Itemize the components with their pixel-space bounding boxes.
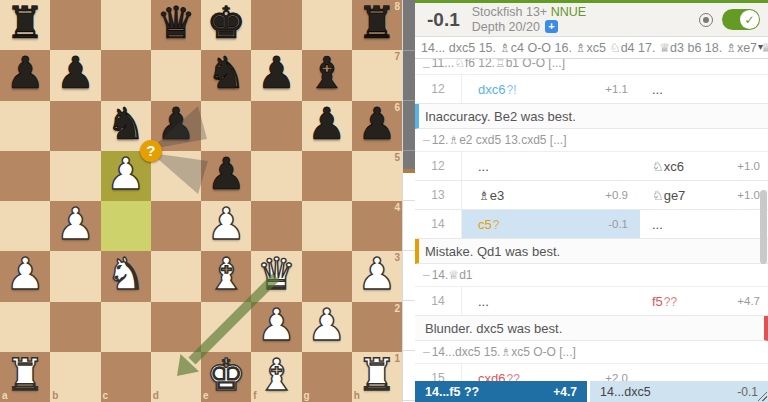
judgment-comment: Blunder. dxc5 was best.: [415, 316, 768, 341]
engine-eval: -0.1: [415, 9, 472, 31]
square-h3[interactable]: ♟3: [352, 251, 402, 301]
square-f8[interactable]: [251, 0, 301, 50]
piece-white-pawn[interactable]: ♟: [357, 252, 396, 296]
square-d8[interactable]: ♛: [151, 0, 201, 50]
square-e5[interactable]: ♟: [201, 151, 251, 201]
move-row: 12dxc6?!+1.1...: [415, 75, 768, 104]
move-number: 12: [415, 75, 462, 103]
piece-black-bishop[interactable]: ♝: [307, 51, 346, 95]
file-label-g: g: [304, 390, 310, 401]
rank-label-4: 4: [394, 202, 400, 213]
file-label-c: c: [103, 390, 109, 401]
square-a1[interactable]: ♜a: [0, 352, 50, 402]
practice-target-icon[interactable]: [699, 13, 713, 27]
chess-board[interactable]: ♜♛♚♜8♟♟♞♟♝7♞♟♟♟6♟♟5♟♟4♟♞♝♛♟3♟♟2♜abcd♚e♝f…: [0, 0, 402, 402]
scrollbar-thumb[interactable]: [760, 190, 767, 264]
rank-label-6: 6: [394, 102, 400, 113]
square-h8[interactable]: ♜8: [352, 0, 402, 50]
retro-choice-best[interactable]: 14...dxc5-0.1: [590, 381, 768, 402]
rank-label-5: 5: [394, 152, 400, 163]
judgment-comment: Mistake. Qd1 was best.: [415, 239, 768, 264]
piece-black-rook[interactable]: ♜: [357, 1, 396, 45]
move-number: 14: [415, 287, 462, 315]
square-g8[interactable]: [302, 0, 352, 50]
file-label-b: b: [52, 390, 58, 401]
square-h6[interactable]: ♟6: [352, 101, 402, 151]
piece-white-pawn[interactable]: ♟: [307, 303, 346, 347]
square-f7[interactable]: ♟: [251, 50, 301, 100]
move-row: 15cxd6??+2.0...: [415, 364, 768, 381]
move-number: 14: [415, 210, 462, 238]
move-♘xc6[interactable]: ♘xc6+1.0: [640, 152, 768, 180]
piece-white-bishop[interactable]: ♝: [206, 252, 245, 296]
square-e7[interactable]: ♞: [201, 50, 251, 100]
square-b3[interactable]: [50, 251, 100, 301]
move-cxd6[interactable]: cxd6??+2.0: [462, 364, 640, 381]
rank-label-1: 1: [394, 353, 400, 364]
square-d2[interactable]: [151, 302, 201, 352]
move-row: 12...♘xc6+1.0: [415, 152, 768, 181]
judgment-comment: Inaccuracy. Be2 was best.: [415, 104, 768, 129]
piece-white-pawn[interactable]: ♟: [257, 303, 296, 347]
variation-line[interactable]: 11...♘f6 12.♖b1 O-O [...]: [415, 59, 768, 75]
engine-header: -0.1 Stockfish 13+ NNUE Depth 20/20 + ✓: [415, 3, 768, 37]
piece-black-pawn[interactable]: ♟: [206, 152, 245, 196]
square-g3[interactable]: [302, 251, 352, 301]
file-label-f: f: [253, 390, 256, 401]
variation-line[interactable]: 12.♗e2 cxd5 13.cxd5 [...]: [415, 129, 768, 152]
piece-black-pawn[interactable]: ♟: [357, 102, 396, 146]
square-f2[interactable]: ♟: [251, 302, 301, 352]
square-b4[interactable]: ♟: [50, 201, 100, 251]
square-g4[interactable]: [302, 201, 352, 251]
square-c1[interactable]: c: [101, 352, 151, 402]
piece-white-pawn[interactable]: ♟: [206, 202, 245, 246]
piece-black-pawn[interactable]: ♟: [307, 102, 346, 146]
move-row: 14c5?-0.1...: [415, 210, 768, 239]
piece-white-rook[interactable]: ♜: [5, 353, 44, 397]
board-resize-grip[interactable]: [758, 392, 767, 401]
square-g2[interactable]: ♟: [302, 302, 352, 352]
square-g5[interactable]: [302, 151, 352, 201]
move-list: 11...♘f6 12.♖b1 O-O [...]12dxc6?!+1.1...…: [415, 59, 768, 381]
square-b5[interactable]: [50, 151, 100, 201]
variation-line[interactable]: 14...dxc5 15.♗xc5 O-O [...]: [415, 341, 768, 364]
rank-label-2: 2: [394, 303, 400, 314]
square-b8[interactable]: [50, 0, 100, 50]
file-label-h: h: [354, 390, 360, 401]
square-c8[interactable]: [101, 0, 151, 50]
engine-toggle[interactable]: ✓: [722, 9, 760, 30]
square-f3[interactable]: ♛: [251, 251, 301, 301]
move-♗e3[interactable]: ♗e3+0.9: [462, 181, 640, 209]
move-number: 12: [415, 152, 462, 180]
engine-toggle-knob: ✓: [740, 10, 759, 29]
nnue-label: NNUE: [551, 5, 586, 19]
move-placeholder[interactable]: ...: [462, 152, 640, 180]
piece-white-rook[interactable]: ♜: [357, 353, 396, 397]
piece-white-pawn[interactable]: ♟: [5, 252, 44, 296]
retro-bottom-bar: 14...f5 ??+4.714...dxc5-0.1: [415, 381, 768, 402]
square-g7[interactable]: ♝: [302, 50, 352, 100]
piece-white-pawn[interactable]: ♟: [56, 202, 95, 246]
square-e1[interactable]: ♚e: [201, 352, 251, 402]
variation-line[interactable]: 14.♕d1: [415, 264, 768, 287]
square-e4[interactable]: ♟: [201, 201, 251, 251]
square-c4[interactable]: [101, 201, 151, 251]
square-e8[interactable]: ♚: [201, 0, 251, 50]
add-line-button[interactable]: +: [545, 20, 558, 33]
square-a7[interactable]: ♟: [0, 50, 50, 100]
square-g6[interactable]: ♟: [302, 101, 352, 151]
square-h7[interactable]: 7: [352, 50, 402, 100]
square-b1[interactable]: b: [50, 352, 100, 402]
piece-black-queen[interactable]: ♛: [156, 1, 195, 45]
square-f6[interactable]: [251, 101, 301, 151]
square-b6[interactable]: [50, 101, 100, 151]
square-h1[interactable]: ♜h1: [352, 352, 402, 402]
square-e3[interactable]: ♝: [201, 251, 251, 301]
piece-white-king[interactable]: ♚: [206, 353, 245, 397]
lichess-analysis-app: ♜♛♚♜8♟♟♞♟♝7♞♟♟♟6♟♟5♟♟4♟♞♝♛♟3♟♟2♜abcd♚e♝f…: [0, 0, 768, 402]
piece-white-pawn[interactable]: ♟: [106, 152, 145, 196]
move-placeholder[interactable]: ...: [640, 364, 768, 381]
file-label-d: d: [153, 390, 159, 401]
square-a2[interactable]: [0, 302, 50, 352]
rank-label-7: 7: [394, 51, 400, 62]
pv-text: 14... dxc5 15. ♗c4 O-O 16. ♗xc5 ♘d4 17. …: [421, 40, 768, 55]
move-placeholder[interactable]: ...: [462, 287, 640, 315]
engine-depth: Depth 20/20: [472, 20, 540, 34]
move-placeholder[interactable]: ...: [640, 210, 768, 238]
piece-black-rook[interactable]: ♜: [5, 1, 44, 45]
move-f5[interactable]: f5??+4.7: [640, 287, 768, 315]
square-d7[interactable]: [151, 50, 201, 100]
piece-white-bishop[interactable]: ♝: [257, 353, 296, 397]
pv-collapse-icon[interactable]: ▾: [758, 41, 763, 52]
piece-black-pawn[interactable]: ♟: [56, 51, 95, 95]
rank-label-3: 3: [394, 252, 400, 263]
square-b2[interactable]: [50, 302, 100, 352]
piece-black-king[interactable]: ♚: [206, 1, 245, 45]
square-c7[interactable]: [101, 50, 151, 100]
square-g1[interactable]: g: [302, 352, 352, 402]
square-b7[interactable]: ♟: [50, 50, 100, 100]
square-a6[interactable]: [0, 101, 50, 151]
piece-white-queen[interactable]: ♛: [257, 252, 296, 296]
square-f5[interactable]: [251, 151, 301, 201]
square-h4[interactable]: 4: [352, 201, 402, 251]
analysis-panel: -0.1 Stockfish 13+ NNUE Depth 20/20 + ✓ …: [415, 0, 768, 402]
piece-black-pawn[interactable]: ♟: [5, 51, 44, 95]
square-c2[interactable]: [101, 302, 151, 352]
rank-label-8: 8: [394, 1, 400, 12]
square-d4[interactable]: [151, 201, 201, 251]
square-h2[interactable]: 2: [352, 302, 402, 352]
piece-black-knight[interactable]: ♞: [206, 51, 245, 95]
move-row: 14...f5??+4.7: [415, 287, 768, 316]
piece-white-knight[interactable]: ♞: [106, 252, 145, 296]
piece-black-pawn[interactable]: ♟: [257, 51, 296, 95]
file-label-a: a: [2, 390, 8, 401]
square-a3[interactable]: ♟: [0, 251, 50, 301]
square-a5[interactable]: [0, 151, 50, 201]
engine-name: Stockfish 13+ NNUE: [472, 5, 586, 19]
move-♘ge7[interactable]: ♘ge7+1.0: [640, 181, 768, 209]
move-c5[interactable]: c5?-0.1: [462, 210, 640, 238]
move-number: 13: [415, 181, 462, 209]
square-a8[interactable]: ♜: [0, 0, 50, 50]
file-label-e: e: [203, 390, 209, 401]
eval-gauge: [402, 0, 416, 402]
square-e6[interactable]: [201, 101, 251, 151]
square-e2[interactable]: [201, 302, 251, 352]
square-c3[interactable]: ♞: [101, 251, 151, 301]
principal-variation[interactable]: 14... dxc5 15. ♗c4 O-O 16. ♗xc5 ♘d4 17. …: [415, 37, 768, 59]
square-h5[interactable]: 5: [352, 151, 402, 201]
piece-black-knight[interactable]: ♞: [106, 102, 145, 146]
move-placeholder[interactable]: ...: [640, 75, 768, 103]
square-d1[interactable]: d: [151, 352, 201, 402]
mistake-glyph-badge: ?: [140, 140, 162, 162]
square-f4[interactable]: [251, 201, 301, 251]
piece-black-pawn[interactable]: ♟: [156, 102, 195, 146]
retro-choice-played[interactable]: 14...f5 ??+4.7: [415, 381, 587, 402]
square-f1[interactable]: ♝f: [251, 352, 301, 402]
move-row: 13♗e3+0.9♘ge7+1.0: [415, 181, 768, 210]
square-d3[interactable]: [151, 251, 201, 301]
move-dxc6[interactable]: dxc6?!+1.1: [462, 75, 640, 103]
square-a4[interactable]: [0, 201, 50, 251]
move-number: 15: [415, 364, 462, 381]
